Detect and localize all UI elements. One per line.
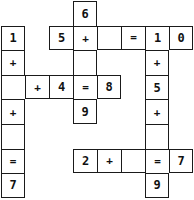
cell-r3-c2-digit-4: 4 (49, 75, 73, 100)
cell-r2-c6-plus: + (145, 50, 169, 75)
cell-r1-c3-plus: + (73, 26, 97, 51)
cell-r5-c0-blank[interactable] (1, 124, 25, 149)
crossmath-puzzle: 615+=10+++4=85+9+=2+=779 (0, 0, 194, 200)
cell-r2-c0-plus: + (1, 50, 25, 75)
cell-r4-c6-plus: + (145, 99, 169, 124)
cell-r5-c6-blank[interactable] (145, 124, 169, 149)
cell-r0-c3-digit-6: 6 (73, 1, 97, 26)
cell-r3-c1-plus: + (25, 75, 49, 100)
cell-r7-c6-digit-9: 9 (145, 173, 169, 198)
cell-r3-c0-blank[interactable] (1, 75, 25, 100)
cell-r6-c4-plus: + (97, 149, 121, 174)
cell-r6-c0-equals: = (1, 149, 25, 174)
cell-r1-c6-digit-1: 1 (145, 26, 169, 51)
cell-r6-c6-equals: = (145, 149, 169, 174)
cell-r1-c0-digit-1: 1 (1, 26, 25, 51)
cell-r3-c3-equals: = (73, 75, 97, 100)
cell-r7-c0-digit-7: 7 (1, 173, 25, 198)
cell-r1-c2-digit-5: 5 (49, 26, 73, 51)
cell-r2-c3-blank[interactable] (73, 50, 97, 75)
puzzle-board: 615+=10+++4=85+9+=2+=779 (1, 1, 193, 198)
cell-r6-c7-digit-7: 7 (169, 149, 193, 174)
cell-r4-c0-plus: + (1, 99, 25, 124)
cell-r6-c3-digit-2: 2 (73, 149, 97, 174)
cell-r1-c7-digit-0: 0 (169, 26, 193, 51)
cell-r1-c5-equals: = (121, 26, 145, 51)
cell-r3-c4-digit-8: 8 (97, 75, 121, 100)
cell-r6-c5-blank[interactable] (121, 149, 145, 174)
cell-r3-c6-digit-5: 5 (145, 75, 169, 100)
cell-r4-c3-digit-9: 9 (73, 99, 97, 124)
cell-r1-c4-blank[interactable] (97, 26, 121, 51)
